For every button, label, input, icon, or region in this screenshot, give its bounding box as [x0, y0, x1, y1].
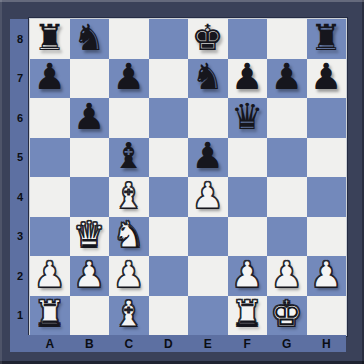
square-d3[interactable]: [149, 217, 189, 257]
square-b3[interactable]: ♛: [70, 217, 110, 257]
piece-black-pawn[interactable]: ♟: [34, 59, 66, 95]
chessboard-frame: 87654321 ♜♞♚♜♟♟♞♟♟♟♟♛♝♟♝♟♛♞♟♟♟♟♟♟♜♝♜♚ AB…: [0, 0, 364, 364]
square-a1[interactable]: ♜: [30, 296, 70, 336]
square-f5[interactable]: [228, 138, 268, 178]
piece-white-pawn[interactable]: ♟: [271, 257, 303, 293]
square-e6[interactable]: [188, 98, 228, 138]
piece-black-pawn[interactable]: ♟: [310, 59, 342, 95]
piece-black-king[interactable]: ♚: [192, 20, 224, 56]
square-d6[interactable]: [149, 98, 189, 138]
square-b2[interactable]: ♟: [70, 256, 110, 296]
rank-labels: 87654321: [10, 19, 30, 335]
piece-white-pawn[interactable]: ♟: [231, 257, 263, 293]
rank-label: 7: [10, 59, 30, 99]
piece-white-pawn[interactable]: ♟: [192, 178, 224, 214]
piece-black-knight[interactable]: ♞: [192, 59, 224, 95]
piece-black-rook[interactable]: ♜: [34, 20, 66, 56]
square-f7[interactable]: ♟: [228, 59, 268, 99]
square-d4[interactable]: [149, 177, 189, 217]
file-label: A: [30, 335, 70, 352]
file-label: H: [307, 335, 347, 352]
file-label: C: [109, 335, 149, 352]
piece-white-knight[interactable]: ♞: [113, 217, 145, 253]
piece-white-queen[interactable]: ♛: [73, 217, 105, 253]
square-c6[interactable]: [109, 98, 149, 138]
file-label: D: [149, 335, 189, 352]
square-f3[interactable]: [228, 217, 268, 257]
square-h1[interactable]: [307, 296, 347, 336]
square-f8[interactable]: [228, 19, 268, 59]
square-f2[interactable]: ♟: [228, 256, 268, 296]
piece-black-bishop[interactable]: ♝: [113, 138, 145, 174]
square-b8[interactable]: ♞: [70, 19, 110, 59]
file-labels: ABCDEFGH: [10, 335, 346, 352]
piece-black-knight[interactable]: ♞: [73, 20, 105, 56]
rank-label: 8: [10, 19, 30, 59]
rank-label: 1: [10, 296, 30, 336]
piece-black-rook[interactable]: ♜: [310, 20, 342, 56]
rank-label: 3: [10, 217, 30, 257]
piece-white-pawn[interactable]: ♟: [310, 257, 342, 293]
square-g1[interactable]: ♚: [267, 296, 307, 336]
square-c1[interactable]: ♝: [109, 296, 149, 336]
piece-black-pawn[interactable]: ♟: [192, 138, 224, 174]
piece-black-pawn[interactable]: ♟: [113, 59, 145, 95]
square-d8[interactable]: [149, 19, 189, 59]
square-h8[interactable]: ♜: [307, 19, 347, 59]
square-d5[interactable]: [149, 138, 189, 178]
square-h2[interactable]: ♟: [307, 256, 347, 296]
piece-black-pawn[interactable]: ♟: [73, 99, 105, 135]
square-b4[interactable]: [70, 177, 110, 217]
square-e7[interactable]: ♞: [188, 59, 228, 99]
piece-white-rook[interactable]: ♜: [231, 296, 263, 332]
square-g8[interactable]: [267, 19, 307, 59]
piece-white-pawn[interactable]: ♟: [34, 257, 66, 293]
piece-white-pawn[interactable]: ♟: [113, 257, 145, 293]
square-a2[interactable]: ♟: [30, 256, 70, 296]
square-h5[interactable]: [307, 138, 347, 178]
square-h3[interactable]: [307, 217, 347, 257]
file-label: B: [70, 335, 110, 352]
file-label: F: [228, 335, 268, 352]
square-e3[interactable]: [188, 217, 228, 257]
square-e8[interactable]: ♚: [188, 19, 228, 59]
square-e1[interactable]: [188, 296, 228, 336]
chess-board: ♜♞♚♜♟♟♞♟♟♟♟♛♝♟♝♟♛♞♟♟♟♟♟♟♜♝♜♚: [30, 19, 346, 335]
square-d1[interactable]: [149, 296, 189, 336]
piece-black-pawn[interactable]: ♟: [271, 59, 303, 95]
piece-black-queen[interactable]: ♛: [231, 99, 263, 135]
piece-white-bishop[interactable]: ♝: [113, 296, 145, 332]
piece-white-rook[interactable]: ♜: [34, 296, 66, 332]
square-a8[interactable]: ♜: [30, 19, 70, 59]
file-label: E: [188, 335, 228, 352]
square-g7[interactable]: ♟: [267, 59, 307, 99]
square-d2[interactable]: [149, 256, 189, 296]
square-a3[interactable]: [30, 217, 70, 257]
rank-label: 5: [10, 138, 30, 178]
square-g6[interactable]: [267, 98, 307, 138]
square-b1[interactable]: [70, 296, 110, 336]
square-h4[interactable]: [307, 177, 347, 217]
square-c2[interactable]: ♟: [109, 256, 149, 296]
piece-white-bishop[interactable]: ♝: [113, 178, 145, 214]
square-g3[interactable]: [267, 217, 307, 257]
square-a5[interactable]: [30, 138, 70, 178]
square-e2[interactable]: [188, 256, 228, 296]
square-h7[interactable]: ♟: [307, 59, 347, 99]
square-c4[interactable]: ♝: [109, 177, 149, 217]
piece-white-pawn[interactable]: ♟: [73, 257, 105, 293]
rank-label: 2: [10, 256, 30, 296]
square-a4[interactable]: [30, 177, 70, 217]
square-b5[interactable]: [70, 138, 110, 178]
square-c3[interactable]: ♞: [109, 217, 149, 257]
piece-white-king[interactable]: ♚: [271, 296, 303, 332]
rank-label: 6: [10, 98, 30, 138]
square-c8[interactable]: [109, 19, 149, 59]
square-b7[interactable]: [70, 59, 110, 99]
square-g4[interactable]: [267, 177, 307, 217]
square-f6[interactable]: ♛: [228, 98, 268, 138]
square-g2[interactable]: ♟: [267, 256, 307, 296]
square-d7[interactable]: [149, 59, 189, 99]
file-label: G: [267, 335, 307, 352]
square-a6[interactable]: [30, 98, 70, 138]
square-e5[interactable]: ♟: [188, 138, 228, 178]
square-f1[interactable]: ♜: [228, 296, 268, 336]
piece-black-pawn[interactable]: ♟: [231, 59, 263, 95]
square-e4[interactable]: ♟: [188, 177, 228, 217]
square-c7[interactable]: ♟: [109, 59, 149, 99]
rank-label: 4: [10, 177, 30, 217]
square-g5[interactable]: [267, 138, 307, 178]
square-f4[interactable]: [228, 177, 268, 217]
square-b6[interactable]: ♟: [70, 98, 110, 138]
square-a7[interactable]: ♟: [30, 59, 70, 99]
square-c5[interactable]: ♝: [109, 138, 149, 178]
square-h6[interactable]: [307, 98, 347, 138]
